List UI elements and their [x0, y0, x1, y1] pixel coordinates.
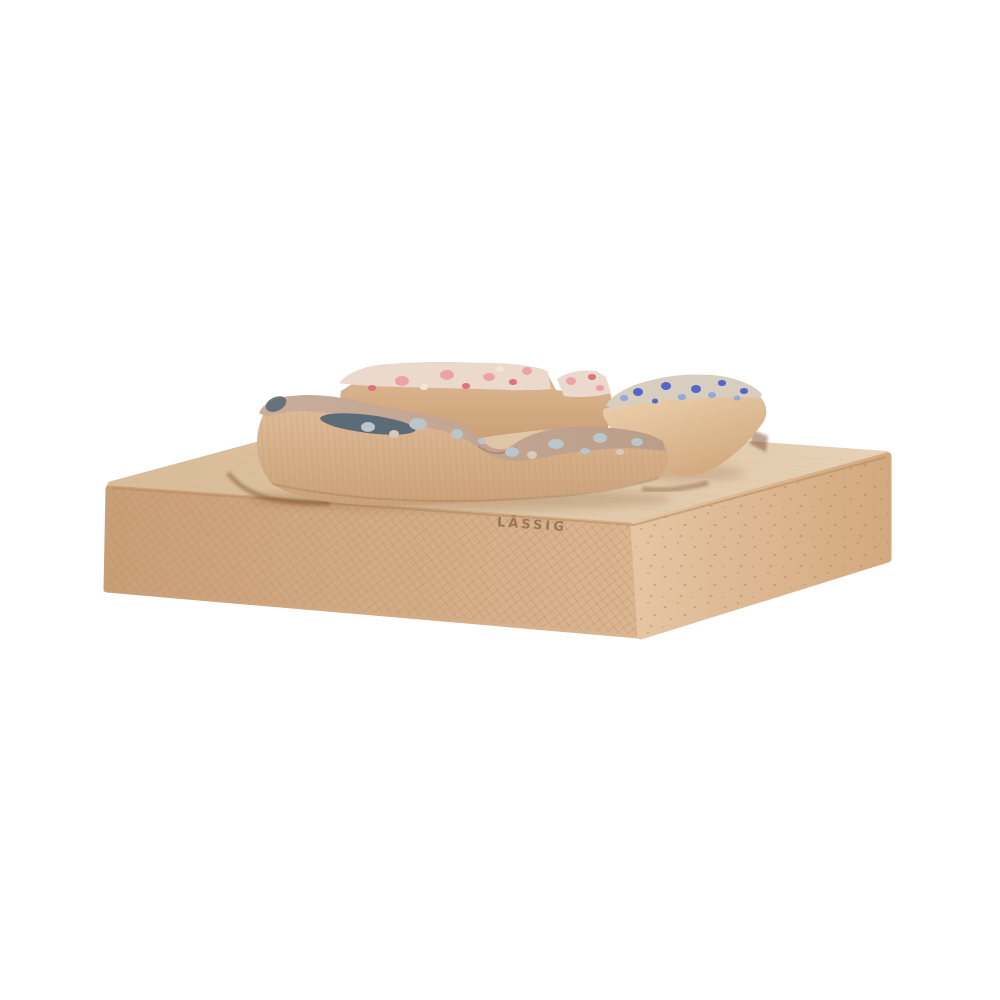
decoration-dot: [566, 377, 576, 385]
decoration-dot: [631, 438, 643, 446]
decoration-dot: [509, 379, 517, 385]
decoration-dot: [496, 366, 504, 372]
decoration-dot: [395, 376, 409, 386]
decoration-dot: [691, 385, 701, 393]
decoration-dot: [522, 367, 532, 375]
decoration-dot: [652, 399, 658, 404]
decoration-dot: [580, 448, 590, 454]
decoration-dot: [734, 396, 740, 401]
decoration-dot: [596, 385, 604, 391]
decoration-dot: [440, 370, 454, 380]
decoration-dot: [633, 388, 643, 396]
decoration-dot: [420, 384, 428, 390]
decoration-dot: [661, 382, 671, 390]
decoration-dot: [361, 422, 375, 432]
wooden-puzzle-photo: LÄSSIG: [0, 0, 1000, 1000]
decoration-dot: [505, 447, 519, 457]
decoration-dot: [678, 394, 686, 400]
decoration-dot: [708, 392, 716, 398]
decoration-dot: [593, 433, 607, 443]
decoration-dot: [718, 380, 726, 386]
decoration-dot: [478, 438, 486, 444]
decoration-dot: [616, 449, 624, 455]
decoration-dot: [588, 374, 596, 380]
decoration-dot: [462, 383, 470, 389]
photo-canvas: LÄSSIG: [0, 0, 1000, 1000]
decoration-dot: [740, 388, 748, 394]
decoration-dot: [389, 430, 399, 438]
decoration-dot: [368, 385, 376, 391]
decoration-dot: [409, 418, 427, 430]
decoration-dot: [527, 451, 537, 459]
decoration-dot: [548, 439, 564, 449]
decoration-dot: [451, 429, 463, 439]
decoration-dot: [620, 395, 628, 401]
decoration-dot: [483, 373, 495, 381]
